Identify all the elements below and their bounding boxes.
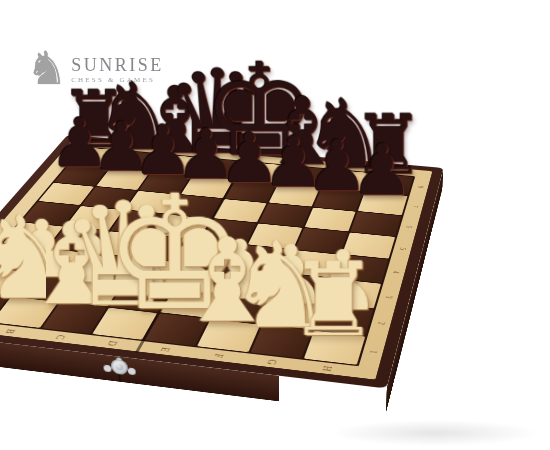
piece-black-pawn-g7: ♟ bbox=[262, 131, 413, 201]
piece-white-rook-h1: ♜ bbox=[242, 250, 427, 352]
board-surface: ABCDEFGH12345678 ♜♞♝♛♚♝♞♜♟♟♟♟♟♟♟♟♟♟♟♟♟♟♟… bbox=[0, 135, 444, 389]
piece-black-king-e8: ♚ bbox=[187, 47, 333, 174]
piece-black-pawn-a7: ♟ bbox=[7, 110, 153, 178]
rank-label-8: 8 bbox=[415, 185, 425, 188]
piece-black-knight-g8: ♞ bbox=[272, 87, 419, 183]
piece-white-bishop-c1: ♝ bbox=[0, 208, 161, 321]
brand-text: SUNRISE CHESS & GAMES bbox=[71, 56, 164, 84]
box-shadow bbox=[330, 420, 540, 446]
brand-name: SUNRISE bbox=[71, 56, 164, 74]
folding-chess-box: ABCDEFGH12345678 ♜♞♝♛♚♝♞♜♟♟♟♟♟♟♟♟♟♟♟♟♟♟♟… bbox=[0, 135, 444, 389]
piece-black-rook-h8: ♜ bbox=[315, 105, 463, 186]
piece-black-queen-d8: ♛ bbox=[145, 55, 290, 171]
piece-black-pawn-c7: ♟ bbox=[90, 117, 238, 185]
brand-tagline: CHESS & GAMES bbox=[71, 76, 164, 84]
piece-white-bishop-f1: ♝ bbox=[136, 223, 318, 339]
piece-black-bishop-f8: ♝ bbox=[229, 85, 375, 178]
rank-label-7: 7 bbox=[410, 205, 420, 208]
piece-white-knight-b1: ♞ bbox=[0, 201, 111, 316]
piece-black-pawn-e7: ♟ bbox=[175, 124, 325, 193]
knight-logo-icon: ♞ bbox=[26, 46, 67, 90]
piece-white-pawn-c2: ♟ bbox=[4, 215, 176, 295]
piece-black-pawn-b7: ♟ bbox=[48, 113, 195, 181]
piece-black-pawn-f7: ♟ bbox=[218, 128, 369, 198]
product-photo: ♞ SUNRISE CHESS & GAMES ABCDEFGH12345678… bbox=[0, 0, 550, 450]
piece-white-queen-d1: ♛ bbox=[34, 184, 213, 327]
metal-clasp-icon bbox=[110, 359, 127, 376]
brand-logo: ♞ SUNRISE CHESS & GAMES bbox=[26, 48, 164, 92]
piece-white-pawn-f2: ♟ bbox=[152, 230, 328, 311]
